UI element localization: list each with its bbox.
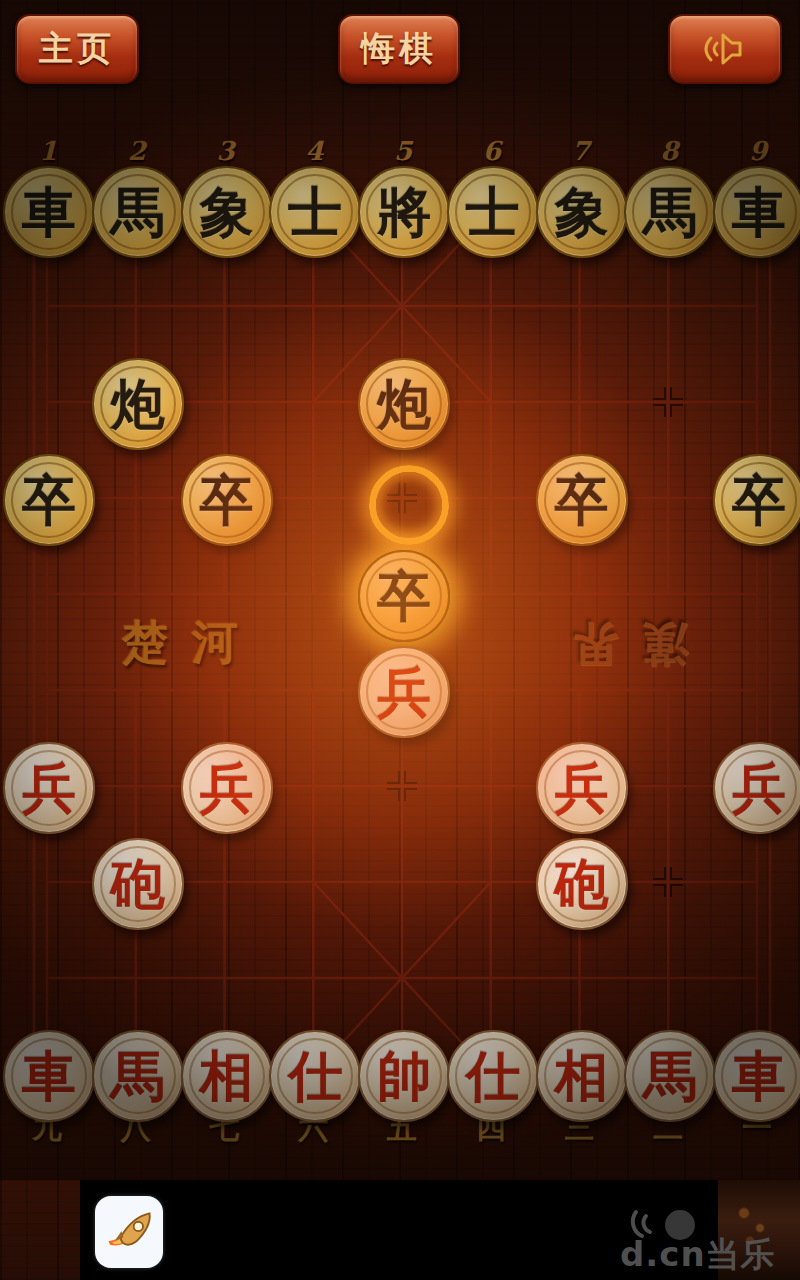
red-piece-砲[interactable]: 砲 <box>92 838 184 930</box>
ad-app-icon[interactable] <box>95 1196 163 1268</box>
piece-character: 兵 <box>555 761 609 815</box>
black-piece-馬[interactable]: 馬 <box>92 166 184 258</box>
file-label-9: 9 <box>749 136 767 166</box>
piece-character: 車 <box>22 185 76 239</box>
xiangqi-board[interactable]: 楚河 漢界 123456789九八七六五四三二一車馬象士將士象馬車炮炮卒卒卒卒卒… <box>0 0 800 1180</box>
black-piece-車[interactable]: 車 <box>3 166 95 258</box>
black-piece-炮[interactable]: 炮 <box>92 358 184 450</box>
piece-character: 車 <box>22 1049 76 1103</box>
black-piece-卒[interactable]: 卒 <box>3 454 95 546</box>
piece-character: 帥 <box>377 1049 431 1103</box>
file-label-6: 6 <box>483 136 501 166</box>
piece-character: 馬 <box>111 185 165 239</box>
red-piece-車[interactable]: 車 <box>3 1030 95 1122</box>
top-toolbar: 主页 悔棋 <box>0 0 800 100</box>
file-label-7: 7 <box>572 136 590 166</box>
piece-character: 車 <box>732 1049 786 1103</box>
point-marker <box>387 771 417 801</box>
piece-character: 仕 <box>466 1049 520 1103</box>
sound-toggle-button[interactable] <box>668 14 782 84</box>
rocket-icon <box>101 1204 157 1260</box>
red-piece-帥[interactable]: 帥 <box>358 1030 450 1122</box>
black-piece-馬[interactable]: 馬 <box>624 166 716 258</box>
file-label-5: 5 <box>394 136 412 166</box>
black-piece-車[interactable]: 車 <box>713 166 800 258</box>
piece-character: 砲 <box>555 857 609 911</box>
red-piece-砲[interactable]: 砲 <box>536 838 628 930</box>
piece-character: 將 <box>377 185 431 239</box>
piece-character: 相 <box>200 1049 254 1103</box>
red-piece-相[interactable]: 相 <box>536 1030 628 1122</box>
undo-button-label: 悔棋 <box>361 28 437 68</box>
black-piece-士[interactable]: 士 <box>269 166 361 258</box>
point-marker <box>653 867 683 897</box>
last-move-origin-ring <box>369 465 449 545</box>
watermark: d.cn当乐网 <box>618 1206 800 1270</box>
piece-character: 炮 <box>111 377 165 431</box>
red-piece-仕[interactable]: 仕 <box>447 1030 539 1122</box>
red-piece-兵[interactable]: 兵 <box>536 742 628 834</box>
piece-character: 馬 <box>111 1049 165 1103</box>
red-piece-兵[interactable]: 兵 <box>713 742 800 834</box>
game-screen: 楚河 漢界 123456789九八七六五四三二一車馬象士將士象馬車炮炮卒卒卒卒卒… <box>0 0 800 1280</box>
red-piece-馬[interactable]: 馬 <box>624 1030 716 1122</box>
piece-character: 卒 <box>200 473 254 527</box>
piece-character: 卒 <box>377 569 431 623</box>
red-piece-車[interactable]: 車 <box>713 1030 800 1122</box>
river-right-text: 漢界 <box>548 612 688 674</box>
red-piece-相[interactable]: 相 <box>181 1030 273 1122</box>
file-label-1: 1 <box>39 136 57 166</box>
black-piece-象[interactable]: 象 <box>536 166 628 258</box>
piece-character: 相 <box>555 1049 609 1103</box>
piece-character: 兵 <box>377 665 431 719</box>
piece-character: 卒 <box>555 473 609 527</box>
red-piece-兵[interactable]: 兵 <box>358 646 450 738</box>
red-piece-仕[interactable]: 仕 <box>269 1030 361 1122</box>
home-button-label: 主页 <box>39 28 115 68</box>
piece-character: 兵 <box>200 761 254 815</box>
undo-move-button[interactable]: 悔棋 <box>338 14 460 84</box>
piece-character: 兵 <box>22 761 76 815</box>
black-piece-卒[interactable]: 卒 <box>536 454 628 546</box>
black-piece-將[interactable]: 將 <box>358 166 450 258</box>
piece-character: 卒 <box>732 473 786 527</box>
piece-character: 砲 <box>111 857 165 911</box>
black-piece-卒[interactable]: 卒 <box>358 550 450 642</box>
file-label-8: 8 <box>660 136 678 166</box>
file-label-4: 4 <box>305 136 323 166</box>
piece-character: 卒 <box>22 473 76 527</box>
piece-character: 炮 <box>377 377 431 431</box>
river-left-text: 楚河 <box>122 612 262 674</box>
piece-character: 馬 <box>643 185 697 239</box>
watermark-text: d.cn当乐网 <box>620 1232 800 1280</box>
point-marker <box>653 387 683 417</box>
piece-character: 馬 <box>643 1049 697 1103</box>
piece-character: 兵 <box>732 761 786 815</box>
black-piece-士[interactable]: 士 <box>447 166 539 258</box>
piece-character: 車 <box>732 185 786 239</box>
black-piece-象[interactable]: 象 <box>181 166 273 258</box>
speaker-icon <box>702 29 748 69</box>
black-piece-卒[interactable]: 卒 <box>713 454 800 546</box>
piece-character: 象 <box>555 185 609 239</box>
piece-character: 士 <box>466 185 520 239</box>
home-button[interactable]: 主页 <box>15 14 139 84</box>
red-piece-兵[interactable]: 兵 <box>181 742 273 834</box>
file-label-2: 2 <box>128 136 146 166</box>
piece-character: 象 <box>200 185 254 239</box>
red-piece-兵[interactable]: 兵 <box>3 742 95 834</box>
black-piece-炮[interactable]: 炮 <box>358 358 450 450</box>
file-label-3: 3 <box>217 136 235 166</box>
black-piece-卒[interactable]: 卒 <box>181 454 273 546</box>
red-piece-馬[interactable]: 馬 <box>92 1030 184 1122</box>
piece-character: 仕 <box>288 1049 342 1103</box>
piece-character: 士 <box>288 185 342 239</box>
